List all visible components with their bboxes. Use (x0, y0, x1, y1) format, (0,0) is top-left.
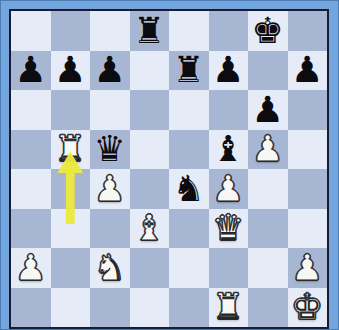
piece-white-rook[interactable]: ♜ (54, 131, 86, 167)
square-e5[interactable] (169, 130, 209, 170)
square-b2[interactable] (51, 248, 91, 288)
piece-black-pawn[interactable]: ♟ (54, 52, 86, 88)
square-g6[interactable]: ♟ (248, 90, 288, 130)
square-a3[interactable] (11, 209, 51, 249)
square-c5[interactable]: ♛ (90, 130, 130, 170)
piece-black-knight[interactable]: ♞ (173, 171, 205, 207)
square-h4[interactable] (288, 169, 328, 209)
piece-white-bishop[interactable]: ♝ (133, 210, 165, 246)
square-h3[interactable] (288, 209, 328, 249)
square-f5[interactable]: ♝ (209, 130, 249, 170)
square-d7[interactable] (130, 51, 170, 91)
square-h6[interactable] (288, 90, 328, 130)
piece-black-pawn[interactable]: ♟ (212, 52, 244, 88)
piece-white-pawn[interactable]: ♟ (291, 250, 323, 286)
piece-white-pawn[interactable]: ♟ (212, 171, 244, 207)
square-e7[interactable]: ♜ (169, 51, 209, 91)
square-f3[interactable]: ♛ (209, 209, 249, 249)
piece-white-rook[interactable]: ♜ (212, 289, 244, 325)
square-c3[interactable] (90, 209, 130, 249)
square-f8[interactable] (209, 11, 249, 51)
square-f6[interactable] (209, 90, 249, 130)
square-h1[interactable]: ♚ (288, 288, 328, 328)
square-d6[interactable] (130, 90, 170, 130)
square-d4[interactable] (130, 169, 170, 209)
piece-white-knight[interactable]: ♞ (94, 250, 126, 286)
square-g7[interactable] (248, 51, 288, 91)
square-b7[interactable]: ♟ (51, 51, 91, 91)
square-h2[interactable]: ♟ (288, 248, 328, 288)
piece-black-king[interactable]: ♚ (252, 13, 284, 49)
piece-white-queen[interactable]: ♛ (212, 210, 244, 246)
square-c8[interactable] (90, 11, 130, 51)
piece-white-king[interactable]: ♚ (291, 289, 323, 325)
piece-white-pawn[interactable]: ♟ (15, 250, 47, 286)
piece-black-rook[interactable]: ♜ (173, 52, 205, 88)
piece-black-pawn[interactable]: ♟ (94, 52, 126, 88)
square-c6[interactable] (90, 90, 130, 130)
square-d8[interactable]: ♜ (130, 11, 170, 51)
piece-black-rook[interactable]: ♜ (133, 13, 165, 49)
square-a6[interactable] (11, 90, 51, 130)
square-g8[interactable]: ♚ (248, 11, 288, 51)
square-f2[interactable] (209, 248, 249, 288)
square-d1[interactable] (130, 288, 170, 328)
page-background: ♜♚♟♟♟♜♟♟♟♜♛♝♟♟♞♟♝♛♟♞♟♜♚ (0, 0, 339, 330)
square-g2[interactable] (248, 248, 288, 288)
piece-black-pawn[interactable]: ♟ (15, 52, 47, 88)
piece-black-pawn[interactable]: ♟ (252, 92, 284, 128)
square-f1[interactable]: ♜ (209, 288, 249, 328)
square-h7[interactable]: ♟ (288, 51, 328, 91)
square-b4[interactable] (51, 169, 91, 209)
square-g4[interactable] (248, 169, 288, 209)
square-f7[interactable]: ♟ (209, 51, 249, 91)
square-h8[interactable] (288, 11, 328, 51)
square-c7[interactable]: ♟ (90, 51, 130, 91)
square-b1[interactable] (51, 288, 91, 328)
square-f4[interactable]: ♟ (209, 169, 249, 209)
square-e1[interactable] (169, 288, 209, 328)
square-b5[interactable]: ♜ (51, 130, 91, 170)
piece-black-pawn[interactable]: ♟ (291, 52, 323, 88)
square-a2[interactable]: ♟ (11, 248, 51, 288)
square-a7[interactable]: ♟ (11, 51, 51, 91)
square-h5[interactable] (288, 130, 328, 170)
square-d5[interactable] (130, 130, 170, 170)
square-e6[interactable] (169, 90, 209, 130)
square-d3[interactable]: ♝ (130, 209, 170, 249)
piece-black-queen[interactable]: ♛ (94, 131, 126, 167)
chess-board: ♜♚♟♟♟♜♟♟♟♜♛♝♟♟♞♟♝♛♟♞♟♜♚ (9, 9, 329, 329)
square-b8[interactable] (51, 11, 91, 51)
square-e2[interactable] (169, 248, 209, 288)
square-a1[interactable] (11, 288, 51, 328)
square-b3[interactable] (51, 209, 91, 249)
square-a4[interactable] (11, 169, 51, 209)
square-a8[interactable] (11, 11, 51, 51)
square-e8[interactable] (169, 11, 209, 51)
square-e4[interactable]: ♞ (169, 169, 209, 209)
square-g1[interactable] (248, 288, 288, 328)
piece-white-pawn[interactable]: ♟ (252, 131, 284, 167)
square-c4[interactable]: ♟ (90, 169, 130, 209)
square-b6[interactable] (51, 90, 91, 130)
piece-white-pawn[interactable]: ♟ (94, 171, 126, 207)
piece-black-bishop[interactable]: ♝ (212, 131, 244, 167)
square-c2[interactable]: ♞ (90, 248, 130, 288)
square-d2[interactable] (130, 248, 170, 288)
square-g3[interactable] (248, 209, 288, 249)
square-e3[interactable] (169, 209, 209, 249)
square-c1[interactable] (90, 288, 130, 328)
square-a5[interactable] (11, 130, 51, 170)
square-g5[interactable]: ♟ (248, 130, 288, 170)
